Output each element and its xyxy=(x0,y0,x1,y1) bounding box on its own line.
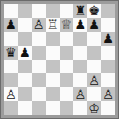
square-h1[interactable] xyxy=(101,101,115,115)
square-h3[interactable] xyxy=(101,73,115,87)
square-c5[interactable] xyxy=(32,46,46,60)
black-pawn: ♟ xyxy=(74,18,86,31)
square-e2[interactable] xyxy=(60,87,74,101)
square-a6[interactable] xyxy=(4,32,18,46)
square-e7[interactable]: ♕ xyxy=(60,18,74,32)
white-pawn: ♙ xyxy=(102,87,114,100)
white-rook: ♖ xyxy=(47,18,59,31)
square-f1[interactable] xyxy=(73,101,87,115)
square-a4[interactable] xyxy=(4,60,18,74)
white-queen: ♕ xyxy=(61,18,73,31)
square-h4[interactable] xyxy=(101,60,115,74)
square-c8[interactable] xyxy=(32,4,46,18)
black-rook: ♜ xyxy=(74,4,86,17)
square-a8[interactable] xyxy=(4,4,18,18)
square-d6[interactable] xyxy=(46,32,60,46)
square-c7[interactable]: ♙ xyxy=(32,18,46,32)
square-g8[interactable]: ♚ xyxy=(87,4,101,18)
square-g3[interactable]: ♙ xyxy=(87,73,101,87)
white-king: ♔ xyxy=(88,101,100,114)
square-a1[interactable] xyxy=(4,101,18,115)
square-f7[interactable]: ♟ xyxy=(73,18,87,32)
white-pawn: ♙ xyxy=(74,87,86,100)
black-queen: ♛ xyxy=(5,46,17,59)
square-a3[interactable] xyxy=(4,73,18,87)
square-a5[interactable]: ♛ xyxy=(4,46,18,60)
square-d5[interactable] xyxy=(46,46,60,60)
square-f8[interactable]: ♜ xyxy=(73,4,87,18)
square-f2[interactable]: ♙ xyxy=(73,87,87,101)
square-d2[interactable] xyxy=(46,87,60,101)
square-b1[interactable] xyxy=(18,101,32,115)
square-e4[interactable] xyxy=(60,60,74,74)
square-g5[interactable] xyxy=(87,46,101,60)
square-d8[interactable] xyxy=(46,4,60,18)
square-a2[interactable]: ♙ xyxy=(4,87,18,101)
white-pawn: ♙ xyxy=(88,73,100,86)
square-e3[interactable] xyxy=(60,73,74,87)
square-f4[interactable] xyxy=(73,60,87,74)
square-h2[interactable]: ♙ xyxy=(101,87,115,101)
square-c2[interactable] xyxy=(32,87,46,101)
black-pawn: ♟ xyxy=(88,18,100,31)
square-h6[interactable]: ♟ xyxy=(101,32,115,46)
square-b5[interactable]: ♟ xyxy=(18,46,32,60)
square-b8[interactable] xyxy=(18,4,32,18)
square-e1[interactable] xyxy=(60,101,74,115)
square-f5[interactable] xyxy=(73,46,87,60)
square-g7[interactable]: ♟ xyxy=(87,18,101,32)
white-pawn: ♙ xyxy=(33,18,45,31)
black-pawn: ♟ xyxy=(102,32,114,45)
square-b7[interactable] xyxy=(18,18,32,32)
square-d1[interactable] xyxy=(46,101,60,115)
square-g2[interactable] xyxy=(87,87,101,101)
square-d7[interactable]: ♖ xyxy=(46,18,60,32)
square-d3[interactable] xyxy=(46,73,60,87)
square-g1[interactable]: ♔ xyxy=(87,101,101,115)
square-c4[interactable] xyxy=(32,60,46,74)
square-g6[interactable] xyxy=(87,32,101,46)
black-pawn: ♟ xyxy=(19,46,31,59)
square-f3[interactable] xyxy=(73,73,87,87)
white-pawn: ♙ xyxy=(5,87,17,100)
square-c6[interactable] xyxy=(32,32,46,46)
square-c1[interactable] xyxy=(32,101,46,115)
square-e6[interactable] xyxy=(60,32,74,46)
board-frame: ♜♚♟♙♖♕♟♟♟♛♟♙♙♙♙♔ xyxy=(0,0,119,119)
black-pawn: ♟ xyxy=(5,18,17,31)
square-e5[interactable] xyxy=(60,46,74,60)
black-king: ♚ xyxy=(88,4,100,17)
square-b4[interactable] xyxy=(18,60,32,74)
square-h7[interactable] xyxy=(101,18,115,32)
square-b2[interactable] xyxy=(18,87,32,101)
square-g4[interactable] xyxy=(87,60,101,74)
square-b3[interactable] xyxy=(18,73,32,87)
square-a7[interactable]: ♟ xyxy=(4,18,18,32)
square-d4[interactable] xyxy=(46,60,60,74)
chess-board: ♜♚♟♙♖♕♟♟♟♛♟♙♙♙♙♔ xyxy=(4,4,115,115)
square-e8[interactable] xyxy=(60,4,74,18)
square-f6[interactable] xyxy=(73,32,87,46)
square-b6[interactable] xyxy=(18,32,32,46)
square-c3[interactable] xyxy=(32,73,46,87)
square-h8[interactable] xyxy=(101,4,115,18)
square-h5[interactable] xyxy=(101,46,115,60)
